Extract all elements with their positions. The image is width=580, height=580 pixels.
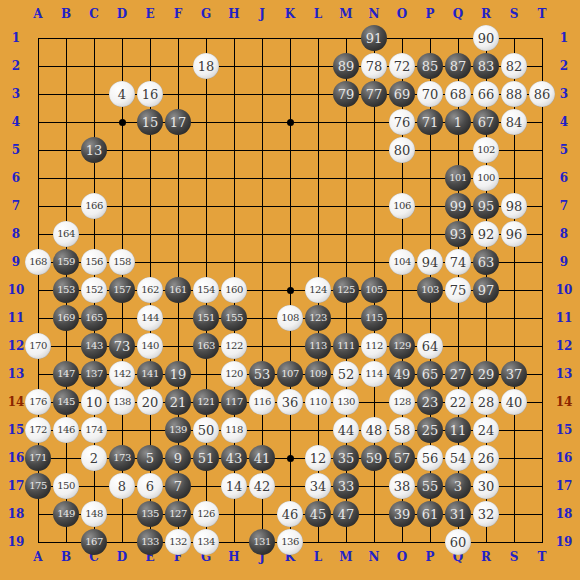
stone-white-14-H17: 14 xyxy=(221,473,247,499)
stone-white-88-S3: 88 xyxy=(501,81,527,107)
stone-white-94-P9: 94 xyxy=(417,249,443,275)
col-label-A: A xyxy=(24,6,52,22)
stone-black-99-Q7: 99 xyxy=(445,193,471,219)
stone-white-75-Q10: 75 xyxy=(445,277,471,303)
stone-white-72-O2: 72 xyxy=(389,53,415,79)
stone-white-92-R8: 92 xyxy=(473,221,499,247)
col-label-O: O xyxy=(388,6,416,22)
stone-black-71-P4: 71 xyxy=(417,109,443,135)
stone-black-29-R13: 29 xyxy=(473,361,499,387)
stone-white-160-H10: 160 xyxy=(221,277,247,303)
stone-black-15-E4: 15 xyxy=(137,109,163,135)
stone-black-69-O3: 69 xyxy=(389,81,415,107)
stones-layer: 1234567891011121314151617181920212223242… xyxy=(24,24,556,556)
stone-black-165-C11: 165 xyxy=(81,305,107,331)
stone-white-170-A12: 170 xyxy=(25,333,51,359)
stone-black-35-M16: 35 xyxy=(333,445,359,471)
stone-white-18-G2: 18 xyxy=(193,53,219,79)
stone-black-115-N11: 115 xyxy=(361,305,387,331)
stone-white-130-M14: 130 xyxy=(333,389,359,415)
stone-white-48-N15: 48 xyxy=(361,417,387,443)
col-label-C: C xyxy=(80,6,108,22)
col-label-D: D xyxy=(108,6,136,22)
stone-white-100-R6: 100 xyxy=(473,165,499,191)
stone-black-141-E13: 141 xyxy=(137,361,163,387)
stone-white-122-H12: 122 xyxy=(221,333,247,359)
stone-white-132-F19: 132 xyxy=(165,529,191,555)
stone-white-6-E17: 6 xyxy=(137,473,163,499)
stone-black-49-O13: 49 xyxy=(389,361,415,387)
stone-black-67-R4: 67 xyxy=(473,109,499,135)
col-label-H: H xyxy=(220,6,248,22)
stone-white-174-C15: 174 xyxy=(81,417,107,443)
stone-white-2-C16: 2 xyxy=(81,445,107,471)
stone-white-136-K19: 136 xyxy=(277,529,303,555)
stone-black-173-D16: 173 xyxy=(109,445,135,471)
stone-black-27-Q13: 27 xyxy=(445,361,471,387)
stone-black-17-F4: 17 xyxy=(165,109,191,135)
stone-white-68-Q3: 68 xyxy=(445,81,471,107)
stone-white-162-E10: 162 xyxy=(137,277,163,303)
stone-white-104-O9: 104 xyxy=(389,249,415,275)
stone-black-83-R2: 83 xyxy=(473,53,499,79)
stone-white-126-G18: 126 xyxy=(193,501,219,527)
stone-black-131-J19: 131 xyxy=(249,529,275,555)
stone-white-146-B15: 146 xyxy=(53,417,79,443)
stone-black-137-C13: 137 xyxy=(81,361,107,387)
stone-white-168-A9: 168 xyxy=(25,249,51,275)
col-label-P: P xyxy=(416,6,444,22)
stone-white-110-L14: 110 xyxy=(305,389,331,415)
col-label-K: K xyxy=(276,6,304,22)
stone-white-142-D13: 142 xyxy=(109,361,135,387)
stone-black-33-M17: 33 xyxy=(333,473,359,499)
stone-black-167-C19: 167 xyxy=(81,529,107,555)
stone-black-121-G14: 121 xyxy=(193,389,219,415)
col-label-Q: Q xyxy=(444,6,472,22)
stone-white-128-O14: 128 xyxy=(389,389,415,415)
stone-white-108-K11: 108 xyxy=(277,305,303,331)
stone-white-86-T3: 86 xyxy=(529,81,555,107)
stone-black-105-N10: 105 xyxy=(361,277,387,303)
stone-white-140-E12: 140 xyxy=(137,333,163,359)
stone-white-66-R3: 66 xyxy=(473,81,499,107)
stone-white-34-L17: 34 xyxy=(305,473,331,499)
stone-black-21-F14: 21 xyxy=(165,389,191,415)
go-board-diagram: ABCDEFGHJKLMNOPQRST ABCDEFGHJKLMNOPQRST … xyxy=(0,0,580,580)
stone-white-172-A15: 172 xyxy=(25,417,51,443)
stone-black-101-Q6: 101 xyxy=(445,165,471,191)
stone-white-118-H15: 118 xyxy=(221,417,247,443)
col-label-J: J xyxy=(248,6,276,22)
stone-black-85-P2: 85 xyxy=(417,53,443,79)
col-label-B: B xyxy=(52,6,80,22)
stone-white-114-N13: 114 xyxy=(361,361,387,387)
stone-black-45-L18: 45 xyxy=(305,501,331,527)
stone-black-133-E19: 133 xyxy=(137,529,163,555)
stone-black-23-P14: 23 xyxy=(417,389,443,415)
stone-white-28-R14: 28 xyxy=(473,389,499,415)
stone-white-90-R1: 90 xyxy=(473,25,499,51)
stone-black-41-J16: 41 xyxy=(249,445,275,471)
stone-white-124-L10: 124 xyxy=(305,277,331,303)
stone-white-176-A14: 176 xyxy=(25,389,51,415)
stone-black-151-G11: 151 xyxy=(193,305,219,331)
stone-black-155-H11: 155 xyxy=(221,305,247,331)
stone-black-7-F17: 7 xyxy=(165,473,191,499)
stone-white-20-E14: 20 xyxy=(137,389,163,415)
stone-white-164-B8: 164 xyxy=(53,221,79,247)
stone-white-152-C10: 152 xyxy=(81,277,107,303)
stone-white-54-Q16: 54 xyxy=(445,445,471,471)
stone-black-111-M12: 111 xyxy=(333,333,359,359)
stone-black-139-F15: 139 xyxy=(165,417,191,443)
stone-black-73-D12: 73 xyxy=(109,333,135,359)
col-label-L: L xyxy=(304,6,332,22)
stone-black-145-B14: 145 xyxy=(53,389,79,415)
stone-black-143-C12: 143 xyxy=(81,333,107,359)
stone-black-61-P18: 61 xyxy=(417,501,443,527)
stone-white-78-N2: 78 xyxy=(361,53,387,79)
stone-white-76-O4: 76 xyxy=(389,109,415,135)
stone-white-120-H13: 120 xyxy=(221,361,247,387)
stone-white-80-O5: 80 xyxy=(389,137,415,163)
stone-white-26-R16: 26 xyxy=(473,445,499,471)
top-column-labels: ABCDEFGHJKLMNOPQRST xyxy=(24,6,556,22)
stone-black-103-P10: 103 xyxy=(417,277,443,303)
stone-black-157-D10: 157 xyxy=(109,277,135,303)
stone-black-171-A16: 171 xyxy=(25,445,51,471)
stone-black-31-Q18: 31 xyxy=(445,501,471,527)
stone-white-12-L16: 12 xyxy=(305,445,331,471)
stone-black-79-M3: 79 xyxy=(333,81,359,107)
stone-black-153-B10: 153 xyxy=(53,277,79,303)
stone-white-50-G15: 50 xyxy=(193,417,219,443)
stone-black-1-Q4: 1 xyxy=(445,109,471,135)
stone-white-46-K18: 46 xyxy=(277,501,303,527)
stone-black-55-P17: 55 xyxy=(417,473,443,499)
stone-black-159-B9: 159 xyxy=(53,249,79,275)
stone-black-97-R10: 97 xyxy=(473,277,499,303)
stone-white-16-E3: 16 xyxy=(137,81,163,107)
stone-black-51-G16: 51 xyxy=(193,445,219,471)
stone-white-156-C9: 156 xyxy=(81,249,107,275)
col-label-G: G xyxy=(192,6,220,22)
stone-black-77-N3: 77 xyxy=(361,81,387,107)
stone-black-39-O18: 39 xyxy=(389,501,415,527)
stone-black-107-K13: 107 xyxy=(277,361,303,387)
stone-black-59-N16: 59 xyxy=(361,445,387,471)
stone-white-150-B17: 150 xyxy=(53,473,79,499)
stone-white-102-R5: 102 xyxy=(473,137,499,163)
stone-black-87-Q2: 87 xyxy=(445,53,471,79)
stone-black-13-C5: 13 xyxy=(81,137,107,163)
stone-white-10-C14: 10 xyxy=(81,389,107,415)
stone-white-22-Q14: 22 xyxy=(445,389,471,415)
col-label-M: M xyxy=(332,6,360,22)
stone-white-154-G10: 154 xyxy=(193,277,219,303)
stone-white-158-D9: 158 xyxy=(109,249,135,275)
col-label-F: F xyxy=(164,6,192,22)
stone-black-43-H16: 43 xyxy=(221,445,247,471)
stone-white-148-C18: 148 xyxy=(81,501,107,527)
stone-black-127-F18: 127 xyxy=(165,501,191,527)
stone-white-96-S8: 96 xyxy=(501,221,527,247)
col-label-S: S xyxy=(500,6,528,22)
stone-black-95-R7: 95 xyxy=(473,193,499,219)
stone-black-53-J13: 53 xyxy=(249,361,275,387)
stone-black-123-L11: 123 xyxy=(305,305,331,331)
stone-white-38-O17: 38 xyxy=(389,473,415,499)
stone-white-166-C7: 166 xyxy=(81,193,107,219)
stone-white-4-D3: 4 xyxy=(109,81,135,107)
stone-black-175-A17: 175 xyxy=(25,473,51,499)
stone-black-135-E18: 135 xyxy=(137,501,163,527)
stone-white-44-M15: 44 xyxy=(333,417,359,443)
col-label-N: N xyxy=(360,6,388,22)
stone-white-64-P12: 64 xyxy=(417,333,443,359)
stone-black-3-Q17: 3 xyxy=(445,473,471,499)
stone-white-82-S2: 82 xyxy=(501,53,527,79)
stone-white-24-R15: 24 xyxy=(473,417,499,443)
stone-white-60-Q19: 60 xyxy=(445,529,471,555)
stone-white-32-R18: 32 xyxy=(473,501,499,527)
stone-white-40-S14: 40 xyxy=(501,389,527,415)
stone-black-113-L12: 113 xyxy=(305,333,331,359)
stone-black-57-O16: 57 xyxy=(389,445,415,471)
stone-black-163-G12: 163 xyxy=(193,333,219,359)
stone-black-63-R9: 63 xyxy=(473,249,499,275)
stone-black-89-M2: 89 xyxy=(333,53,359,79)
stone-black-125-M10: 125 xyxy=(333,277,359,303)
stone-black-149-B18: 149 xyxy=(53,501,79,527)
stone-black-117-H14: 117 xyxy=(221,389,247,415)
stone-white-84-S4: 84 xyxy=(501,109,527,135)
col-label-E: E xyxy=(136,6,164,22)
stone-black-169-B11: 169 xyxy=(53,305,79,331)
stone-black-91-N1: 91 xyxy=(361,25,387,51)
stone-white-106-O7: 106 xyxy=(389,193,415,219)
stone-white-56-P16: 56 xyxy=(417,445,443,471)
stone-black-47-M18: 47 xyxy=(333,501,359,527)
stone-white-8-D17: 8 xyxy=(109,473,135,499)
stone-white-98-S7: 98 xyxy=(501,193,527,219)
stone-black-161-F10: 161 xyxy=(165,277,191,303)
stone-black-93-Q8: 93 xyxy=(445,221,471,247)
stone-black-19-F13: 19 xyxy=(165,361,191,387)
stone-white-112-N12: 112 xyxy=(361,333,387,359)
stone-black-11-Q15: 11 xyxy=(445,417,471,443)
stone-white-36-K14: 36 xyxy=(277,389,303,415)
stone-black-65-P13: 65 xyxy=(417,361,443,387)
col-label-R: R xyxy=(472,6,500,22)
stone-white-42-J17: 42 xyxy=(249,473,275,499)
stone-white-138-D14: 138 xyxy=(109,389,135,415)
stone-black-9-F16: 9 xyxy=(165,445,191,471)
stone-black-147-B13: 147 xyxy=(53,361,79,387)
stone-white-144-E11: 144 xyxy=(137,305,163,331)
stone-white-30-R17: 30 xyxy=(473,473,499,499)
stone-white-70-P3: 70 xyxy=(417,81,443,107)
stone-white-52-M13: 52 xyxy=(333,361,359,387)
stone-white-74-Q9: 74 xyxy=(445,249,471,275)
stone-white-134-G19: 134 xyxy=(193,529,219,555)
col-label-T: T xyxy=(528,6,556,22)
stone-white-116-J14: 116 xyxy=(249,389,275,415)
stone-white-58-O15: 58 xyxy=(389,417,415,443)
stone-black-5-E16: 5 xyxy=(137,445,163,471)
stone-black-37-S13: 37 xyxy=(501,361,527,387)
stone-black-25-P15: 25 xyxy=(417,417,443,443)
stone-black-109-L13: 109 xyxy=(305,361,331,387)
stone-black-129-O12: 129 xyxy=(389,333,415,359)
